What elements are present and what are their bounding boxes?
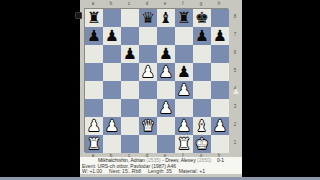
square-e5: ♟ (157, 63, 175, 81)
video-frame: abcdefgh ♜♛♝♜♚♟♟♟♟♟♟♟♟♟♟♟♟♟♛♟♝♟♜♜♚ 87654… (0, 0, 320, 180)
square-a2: ♟ (85, 117, 103, 135)
square-f6 (175, 45, 193, 63)
rank-label-6: 6 (229, 44, 241, 62)
white-pawn: ♟ (157, 63, 175, 81)
square-b1 (103, 135, 121, 153)
rank-label-2: 2 (229, 116, 241, 134)
square-g2: ♝ (193, 117, 211, 135)
white-rook: ♜ (85, 135, 103, 153)
white-king: ♚ (193, 135, 211, 153)
black-pawn: ♟ (85, 27, 103, 45)
white-pawn: ♟ (157, 99, 175, 117)
file-label-b: b (102, 0, 120, 7)
square-d5: ♟ (139, 63, 157, 81)
stat-length: Length: 35 (148, 168, 172, 174)
square-h5 (211, 63, 229, 81)
stat-w: W: +1.00 (82, 168, 102, 174)
white-pawn: ♟ (85, 117, 103, 135)
square-g1: ♚ (193, 135, 211, 153)
white-pawn: ♟ (103, 117, 121, 135)
square-b2: ♟ (103, 117, 121, 135)
square-f5: ♟ (175, 63, 193, 81)
black-player-rating: (2650) (197, 157, 211, 163)
square-a3 (85, 99, 103, 117)
square-h3 (211, 99, 229, 117)
square-d2: ♛ (139, 117, 157, 135)
square-c1 (121, 135, 139, 153)
square-f7 (175, 27, 193, 45)
black-pawn: ♟ (211, 27, 229, 45)
file-label-h: h (210, 0, 228, 7)
square-a4 (85, 81, 103, 99)
black-rook: ♜ (175, 9, 193, 27)
square-a7: ♟ (85, 27, 103, 45)
black-bishop: ♝ (157, 9, 175, 27)
square-h2: ♟ (211, 117, 229, 135)
black-side-marker-icon (75, 12, 82, 19)
square-b5 (103, 63, 121, 81)
square-a1: ♜ (85, 135, 103, 153)
square-a6 (85, 45, 103, 63)
square-g8: ♚ (193, 9, 211, 27)
square-c5 (121, 63, 139, 81)
square-f2: ♟ (175, 117, 193, 135)
white-pawn: ♟ (211, 117, 229, 135)
square-b6 (103, 45, 121, 63)
square-f3 (175, 99, 193, 117)
white-rook: ♜ (175, 135, 193, 153)
square-c2 (121, 117, 139, 135)
square-f1: ♜ (175, 135, 193, 153)
white-pawn: ♟ (175, 81, 193, 99)
black-pawn: ♟ (175, 63, 193, 81)
black-king: ♚ (193, 9, 211, 27)
white-queen: ♛ (139, 117, 157, 135)
square-e6: ♟ (157, 45, 175, 63)
square-c8 (121, 9, 139, 27)
white-pawn: ♟ (175, 117, 193, 135)
square-b7: ♟ (103, 27, 121, 45)
square-c4 (121, 81, 139, 99)
square-g7: ♟ (193, 27, 211, 45)
black-pawn: ♟ (157, 45, 175, 63)
square-b4 (103, 81, 121, 99)
file-label-e: e (156, 0, 174, 7)
rank-label-8: 8 (229, 8, 241, 26)
black-queen: ♛ (139, 9, 157, 27)
square-h1 (211, 135, 229, 153)
square-h8 (211, 9, 229, 27)
square-e1 (157, 135, 175, 153)
stat-material: Material: +1 (179, 168, 205, 174)
chess-board: ♜♛♝♜♚♟♟♟♟♟♟♟♟♟♟♟♟♟♛♟♝♟♜♜♚ (84, 8, 228, 152)
square-b8 (103, 9, 121, 27)
game-result: 0-1 (217, 157, 224, 163)
black-rook: ♜ (85, 9, 103, 27)
square-d8: ♛ (139, 9, 157, 27)
square-f8: ♜ (175, 9, 193, 27)
black-pawn: ♟ (103, 27, 121, 45)
square-e8: ♝ (157, 9, 175, 27)
square-d7 (139, 27, 157, 45)
square-h4 (211, 81, 229, 99)
square-d3 (139, 99, 157, 117)
square-d1 (139, 135, 157, 153)
file-label-a: a (84, 0, 102, 7)
square-b3 (103, 99, 121, 117)
file-label-d: d (138, 0, 156, 7)
file-label-g: g (192, 0, 210, 7)
white-bishop: ♝ (193, 117, 211, 135)
square-h7: ♟ (211, 27, 229, 45)
rank-label-7: 7 (229, 26, 241, 44)
rank-label-3: 3 (229, 98, 241, 116)
rank-labels-right: 87654321 (229, 8, 241, 152)
black-pawn: ♟ (121, 45, 139, 63)
square-g6 (193, 45, 211, 63)
game-info-bar: Mikhalchishin, Adrian (2535) - Dreev, Al… (80, 157, 242, 174)
stats-line: W: +1.00Next: 15...Rb8Length: 35Material… (80, 169, 242, 175)
bottom-band (0, 177, 320, 180)
square-c6: ♟ (121, 45, 139, 63)
square-a8: ♜ (85, 9, 103, 27)
square-e2 (157, 117, 175, 135)
square-g5 (193, 63, 211, 81)
square-c7 (121, 27, 139, 45)
square-e4 (157, 81, 175, 99)
square-e3: ♟ (157, 99, 175, 117)
file-labels-top: abcdefgh (84, 0, 228, 7)
square-d4 (139, 81, 157, 99)
chess-app-frame: abcdefgh ♜♛♝♜♚♟♟♟♟♟♟♟♟♟♟♟♟♟♛♟♝♟♜♜♚ 87654… (80, 0, 242, 177)
square-d6 (139, 45, 157, 63)
rank-label-1: 1 (229, 134, 241, 152)
stat-next: Next: 15...Rb8 (109, 168, 141, 174)
square-g3 (193, 99, 211, 117)
rank-label-5: 5 (229, 62, 241, 80)
square-g4 (193, 81, 211, 99)
square-a5 (85, 63, 103, 81)
file-label-c: c (120, 0, 138, 7)
square-c3 (121, 99, 139, 117)
white-pawn: ♟ (139, 63, 157, 81)
black-pawn: ♟ (193, 27, 211, 45)
file-label-f: f (174, 0, 192, 7)
square-h6 (211, 45, 229, 63)
side-to-move-triangle-icon (233, 88, 239, 94)
square-f4: ♟ (175, 81, 193, 99)
square-e7 (157, 27, 175, 45)
